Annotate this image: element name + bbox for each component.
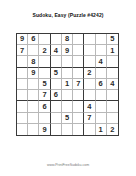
cell-r5c1[interactable] — [17, 79, 28, 90]
cell-r6c2[interactable] — [28, 90, 39, 101]
cell-r4c1[interactable] — [17, 68, 28, 79]
cell-r6c7[interactable] — [84, 90, 95, 101]
cell-r9c7[interactable] — [84, 124, 95, 135]
cell-r6c9[interactable] — [107, 90, 118, 101]
cell-r7c8[interactable] — [96, 101, 107, 112]
cell-r1c7[interactable] — [84, 34, 95, 45]
cell-r6c3[interactable]: 7 — [39, 90, 50, 101]
cell-r1c3[interactable] — [39, 34, 50, 45]
cell-r2c7[interactable] — [84, 45, 95, 56]
cell-r2c1[interactable]: 7 — [17, 45, 28, 56]
cell-r4c6[interactable] — [73, 68, 84, 79]
cell-r4c9[interactable] — [107, 68, 118, 79]
cell-r8c7[interactable]: 7 — [84, 113, 95, 124]
cell-r5c9[interactable]: 4 — [107, 79, 118, 90]
cell-r8c1[interactable] — [17, 113, 28, 124]
cell-r2c5[interactable]: 9 — [62, 45, 73, 56]
cell-r9c8[interactable]: 1 — [96, 124, 107, 135]
cell-r3c7[interactable] — [84, 56, 95, 67]
cell-r5c2[interactable] — [28, 79, 39, 90]
footer-url: www.PrintFreeSudoku.com — [0, 163, 136, 167]
cell-r1c2[interactable]: 6 — [28, 34, 39, 45]
cell-r4c7[interactable]: 2 — [84, 68, 95, 79]
cell-r9c6[interactable] — [73, 124, 84, 135]
cell-r5c6[interactable]: 7 — [73, 79, 84, 90]
cell-r3c1[interactable] — [17, 56, 28, 67]
sudoku-page: Sudoku, Easy (Puzzle #4242) 968572491849… — [0, 0, 136, 176]
cell-r3c9[interactable] — [107, 56, 118, 67]
cell-r7c2[interactable] — [28, 101, 39, 112]
cell-r5c3[interactable]: 5 — [39, 79, 50, 90]
puzzle-title: Sudoku, Easy (Puzzle #4242) — [0, 12, 136, 18]
cell-r2c6[interactable] — [73, 45, 84, 56]
cell-r3c2[interactable]: 8 — [28, 56, 39, 67]
cell-r3c5[interactable] — [62, 56, 73, 67]
cell-r9c4[interactable] — [51, 124, 62, 135]
cell-r7c5[interactable] — [62, 101, 73, 112]
cell-r1c8[interactable] — [96, 34, 107, 45]
cell-r8c3[interactable] — [39, 113, 50, 124]
cell-r6c8[interactable] — [96, 90, 107, 101]
cell-r5c4[interactable] — [51, 79, 62, 90]
cell-r1c5[interactable]: 8 — [62, 34, 73, 45]
cell-r1c6[interactable] — [73, 34, 84, 45]
cell-r4c3[interactable] — [39, 68, 50, 79]
cell-r8c6[interactable] — [73, 113, 84, 124]
cell-r8c4[interactable] — [51, 113, 62, 124]
cell-r7c3[interactable]: 6 — [39, 101, 50, 112]
cell-r7c1[interactable] — [17, 101, 28, 112]
cell-r5c5[interactable]: 1 — [62, 79, 73, 90]
cell-r6c5[interactable] — [62, 90, 73, 101]
cell-r3c6[interactable] — [73, 56, 84, 67]
cell-r4c2[interactable]: 9 — [28, 68, 39, 79]
cell-r2c8[interactable] — [96, 45, 107, 56]
cell-r2c9[interactable]: 1 — [107, 45, 118, 56]
cell-r7c6[interactable] — [73, 101, 84, 112]
cell-r7c9[interactable] — [107, 101, 118, 112]
cell-r5c8[interactable]: 6 — [96, 79, 107, 90]
cell-r9c9[interactable]: 2 — [107, 124, 118, 135]
cell-r7c7[interactable]: 4 — [84, 101, 95, 112]
cell-r2c4[interactable]: 4 — [51, 45, 62, 56]
cell-r9c2[interactable] — [28, 124, 39, 135]
sudoku-grid: 9685724918495251764766457912 — [16, 33, 119, 136]
cell-r1c1[interactable]: 9 — [17, 34, 28, 45]
cell-r5c7[interactable] — [84, 79, 95, 90]
cell-r3c8[interactable]: 4 — [96, 56, 107, 67]
cell-r7c4[interactable] — [51, 101, 62, 112]
cell-r4c4[interactable]: 5 — [51, 68, 62, 79]
cell-r3c4[interactable] — [51, 56, 62, 67]
cell-r6c1[interactable] — [17, 90, 28, 101]
cell-r1c4[interactable] — [51, 34, 62, 45]
cell-r9c1[interactable] — [17, 124, 28, 135]
cell-r1c9[interactable]: 5 — [107, 34, 118, 45]
cell-r3c3[interactable] — [39, 56, 50, 67]
cell-r2c2[interactable] — [28, 45, 39, 56]
cell-r8c5[interactable]: 5 — [62, 113, 73, 124]
cell-r6c4[interactable]: 6 — [51, 90, 62, 101]
cell-r2c3[interactable]: 2 — [39, 45, 50, 56]
cell-r9c5[interactable] — [62, 124, 73, 135]
cell-r6c6[interactable] — [73, 90, 84, 101]
cell-r8c9[interactable] — [107, 113, 118, 124]
cell-r9c3[interactable]: 9 — [39, 124, 50, 135]
cell-r4c8[interactable] — [96, 68, 107, 79]
cell-r4c5[interactable] — [62, 68, 73, 79]
cell-r8c2[interactable] — [28, 113, 39, 124]
cell-r8c8[interactable] — [96, 113, 107, 124]
